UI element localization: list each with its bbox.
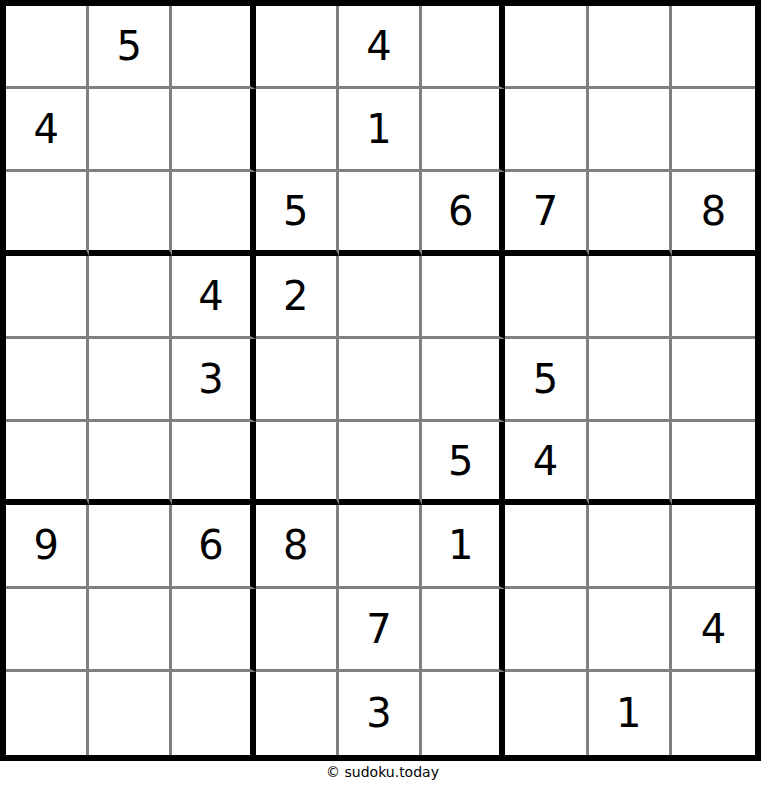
cell-r7c3[interactable]: 6 [172,505,255,588]
cell-r8c3[interactable] [172,589,255,672]
cell-r1c2[interactable]: 5 [89,6,172,89]
cell-r9c8[interactable]: 1 [589,672,672,755]
cell-r4c2[interactable] [89,256,172,339]
cell-r2c9[interactable] [672,89,755,172]
cell-r4c7[interactable] [505,256,588,339]
cell-r6c6[interactable]: 5 [422,422,505,505]
cell-r9c6[interactable] [422,672,505,755]
cell-r7c9[interactable] [672,505,755,588]
cell-r3c7[interactable]: 7 [505,172,588,255]
cell-r6c5[interactable] [339,422,422,505]
cell-r4c1[interactable] [6,256,89,339]
cell-r2c4[interactable] [256,89,339,172]
cell-r7c1[interactable]: 9 [6,505,89,588]
cell-r5c9[interactable] [672,339,755,422]
cell-r5c8[interactable] [589,339,672,422]
cell-r5c5[interactable] [339,339,422,422]
cell-r1c3[interactable] [172,6,255,89]
cell-r6c7[interactable]: 4 [505,422,588,505]
cell-r3c9[interactable]: 8 [672,172,755,255]
cell-r7c7[interactable] [505,505,588,588]
cell-r7c5[interactable] [339,505,422,588]
cell-r6c2[interactable] [89,422,172,505]
cell-r8c4[interactable] [256,589,339,672]
cell-r1c4[interactable] [256,6,339,89]
cell-r9c4[interactable] [256,672,339,755]
cell-r7c2[interactable] [89,505,172,588]
cell-r4c8[interactable] [589,256,672,339]
cell-r1c5[interactable]: 4 [339,6,422,89]
cell-r8c7[interactable] [505,589,588,672]
cell-r5c1[interactable] [6,339,89,422]
cell-r9c7[interactable] [505,672,588,755]
cell-r1c9[interactable] [672,6,755,89]
cell-r3c8[interactable] [589,172,672,255]
cell-r4c3[interactable]: 4 [172,256,255,339]
sudoku-board: 5441567842355496817431 [0,0,761,761]
cell-r6c3[interactable] [172,422,255,505]
cell-r5c6[interactable] [422,339,505,422]
cell-r1c1[interactable] [6,6,89,89]
cell-r8c1[interactable] [6,589,89,672]
cell-r9c3[interactable] [172,672,255,755]
cell-r5c2[interactable] [89,339,172,422]
cell-r7c4[interactable]: 8 [256,505,339,588]
cell-r2c3[interactable] [172,89,255,172]
cell-r9c5[interactable]: 3 [339,672,422,755]
cell-r5c4[interactable] [256,339,339,422]
cell-r5c7[interactable]: 5 [505,339,588,422]
cell-r1c7[interactable] [505,6,588,89]
cell-r3c5[interactable] [339,172,422,255]
cell-r6c1[interactable] [6,422,89,505]
cell-r1c8[interactable] [589,6,672,89]
cell-r3c1[interactable] [6,172,89,255]
cell-r1c6[interactable] [422,6,505,89]
cell-r9c2[interactable] [89,672,172,755]
cell-r5c3[interactable]: 3 [172,339,255,422]
cell-r8c5[interactable]: 7 [339,589,422,672]
cell-r2c7[interactable] [505,89,588,172]
cell-r2c6[interactable] [422,89,505,172]
cell-r2c5[interactable]: 1 [339,89,422,172]
cell-r6c8[interactable] [589,422,672,505]
cell-r7c8[interactable] [589,505,672,588]
sudoku-page: 5441567842355496817431 © sudoku.today [0,0,765,780]
credit-text: © sudoku.today [0,764,765,780]
cell-r8c2[interactable] [89,589,172,672]
cell-r2c2[interactable] [89,89,172,172]
cell-r4c6[interactable] [422,256,505,339]
cell-r8c6[interactable] [422,589,505,672]
cell-r6c4[interactable] [256,422,339,505]
cell-r7c6[interactable]: 1 [422,505,505,588]
cell-r4c4[interactable]: 2 [256,256,339,339]
cell-r9c9[interactable] [672,672,755,755]
cell-r3c3[interactable] [172,172,255,255]
cell-r2c1[interactable]: 4 [6,89,89,172]
cell-r9c1[interactable] [6,672,89,755]
cell-r3c4[interactable]: 5 [256,172,339,255]
cell-r2c8[interactable] [589,89,672,172]
cell-r8c8[interactable] [589,589,672,672]
cell-r3c2[interactable] [89,172,172,255]
cell-r6c9[interactable] [672,422,755,505]
cell-r4c9[interactable] [672,256,755,339]
cell-r4c5[interactable] [339,256,422,339]
cell-r3c6[interactable]: 6 [422,172,505,255]
cell-r8c9[interactable]: 4 [672,589,755,672]
